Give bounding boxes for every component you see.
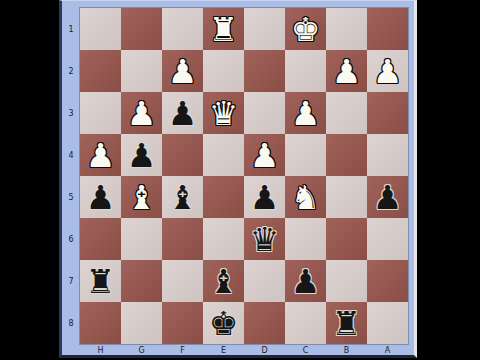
square-d4[interactable]: ♟	[244, 134, 285, 176]
black-pawn[interactable]: ♟	[80, 176, 121, 218]
square-f2[interactable]: ♟	[162, 50, 203, 92]
white-pawn[interactable]: ♟	[244, 134, 285, 176]
white-rook[interactable]: ♜	[203, 8, 244, 50]
square-b4[interactable]	[326, 134, 367, 176]
letterbox-right	[417, 0, 480, 360]
square-b6[interactable]	[326, 218, 367, 260]
rank-label-2: 2	[63, 50, 79, 92]
black-bishop[interactable]: ♝	[203, 260, 244, 302]
square-e5[interactable]	[203, 176, 244, 218]
square-g4[interactable]: ♟	[121, 134, 162, 176]
square-f3[interactable]: ♟	[162, 92, 203, 134]
rank-label-5: 5	[63, 176, 79, 218]
square-d6[interactable]: ♛	[244, 218, 285, 260]
square-f1[interactable]	[162, 8, 203, 50]
letterbox-left	[0, 0, 59, 360]
black-bishop[interactable]: ♝	[162, 176, 203, 218]
square-e7[interactable]: ♝	[203, 260, 244, 302]
white-pawn[interactable]: ♟	[367, 50, 408, 92]
file-label-a: A	[367, 345, 408, 355]
square-g7[interactable]	[121, 260, 162, 302]
square-f7[interactable]	[162, 260, 203, 302]
white-king[interactable]: ♚	[285, 8, 326, 50]
square-h1[interactable]	[80, 8, 121, 50]
square-e1[interactable]: ♜	[203, 8, 244, 50]
square-c3[interactable]: ♟	[285, 92, 326, 134]
file-label-b: B	[326, 345, 367, 355]
rank-label-4: 4	[63, 134, 79, 176]
black-rook[interactable]: ♜	[326, 302, 367, 344]
file-label-f: F	[162, 345, 203, 355]
black-king[interactable]: ♚	[203, 302, 244, 344]
rank-label-1: 1	[63, 8, 79, 50]
square-g3[interactable]: ♟	[121, 92, 162, 134]
black-pawn[interactable]: ♟	[121, 134, 162, 176]
white-pawn[interactable]: ♟	[80, 134, 121, 176]
file-label-d: D	[244, 345, 285, 355]
file-label-e: E	[203, 345, 244, 355]
game-window: 12345678 ♜♚♟♟♟♟♟♛♟♟♟♟♟♝♝♟♞♟♛♜♝♟♚♜ HGFEDC…	[59, 0, 417, 358]
rank-label-7: 7	[63, 260, 79, 302]
square-g6[interactable]	[121, 218, 162, 260]
square-b8[interactable]: ♜	[326, 302, 367, 344]
square-f5[interactable]: ♝	[162, 176, 203, 218]
black-pawn[interactable]: ♟	[162, 92, 203, 134]
rank-label-6: 6	[63, 218, 79, 260]
file-label-g: G	[121, 345, 162, 355]
square-c7[interactable]: ♟	[285, 260, 326, 302]
square-g8[interactable]	[121, 302, 162, 344]
square-c1[interactable]: ♚	[285, 8, 326, 50]
white-pawn[interactable]: ♟	[326, 50, 367, 92]
square-e2[interactable]	[203, 50, 244, 92]
square-d1[interactable]	[244, 8, 285, 50]
square-c5[interactable]: ♞	[285, 176, 326, 218]
square-d8[interactable]	[244, 302, 285, 344]
square-e8[interactable]: ♚	[203, 302, 244, 344]
square-e6[interactable]	[203, 218, 244, 260]
square-g1[interactable]	[121, 8, 162, 50]
square-a7[interactable]	[367, 260, 408, 302]
square-e3[interactable]: ♛	[203, 92, 244, 134]
square-h3[interactable]	[80, 92, 121, 134]
black-pawn[interactable]: ♟	[244, 176, 285, 218]
square-h4[interactable]: ♟	[80, 134, 121, 176]
screenshot-stage: 12345678 ♜♚♟♟♟♟♟♛♟♟♟♟♟♝♝♟♞♟♛♜♝♟♚♜ HGFEDC…	[0, 0, 480, 360]
square-b3[interactable]	[326, 92, 367, 134]
white-knight[interactable]: ♞	[285, 176, 326, 218]
chess-board: ♜♚♟♟♟♟♟♛♟♟♟♟♟♝♝♟♞♟♛♜♝♟♚♜	[80, 8, 408, 344]
square-f8[interactable]	[162, 302, 203, 344]
square-b7[interactable]	[326, 260, 367, 302]
square-c8[interactable]	[285, 302, 326, 344]
file-label-c: C	[285, 345, 326, 355]
square-b1[interactable]	[326, 8, 367, 50]
black-pawn[interactable]: ♟	[367, 176, 408, 218]
square-c2[interactable]	[285, 50, 326, 92]
square-d7[interactable]	[244, 260, 285, 302]
square-b2[interactable]: ♟	[326, 50, 367, 92]
square-a1[interactable]	[367, 8, 408, 50]
square-c4[interactable]	[285, 134, 326, 176]
square-a8[interactable]	[367, 302, 408, 344]
square-h5[interactable]: ♟	[80, 176, 121, 218]
rank-label-3: 3	[63, 92, 79, 134]
rank-label-8: 8	[63, 302, 79, 344]
square-d2[interactable]	[244, 50, 285, 92]
square-a2[interactable]: ♟	[367, 50, 408, 92]
square-c6[interactable]	[285, 218, 326, 260]
black-pawn[interactable]: ♟	[285, 260, 326, 302]
black-queen[interactable]: ♛	[244, 218, 285, 260]
square-e4[interactable]	[203, 134, 244, 176]
white-pawn[interactable]: ♟	[121, 92, 162, 134]
square-d3[interactable]	[244, 92, 285, 134]
square-h8[interactable]	[80, 302, 121, 344]
square-g5[interactable]: ♝	[121, 176, 162, 218]
square-d5[interactable]: ♟	[244, 176, 285, 218]
square-a5[interactable]: ♟	[367, 176, 408, 218]
square-b5[interactable]	[326, 176, 367, 218]
square-h7[interactable]: ♜	[80, 260, 121, 302]
black-rook[interactable]: ♜	[80, 260, 121, 302]
white-bishop[interactable]: ♝	[121, 176, 162, 218]
white-pawn[interactable]: ♟	[162, 50, 203, 92]
square-f6[interactable]	[162, 218, 203, 260]
square-g2[interactable]	[121, 50, 162, 92]
file-labels: HGFEDCBA	[80, 345, 408, 355]
rank-labels: 12345678	[63, 8, 79, 344]
white-queen[interactable]: ♛	[203, 92, 244, 134]
square-a6[interactable]	[367, 218, 408, 260]
square-h6[interactable]	[80, 218, 121, 260]
square-f4[interactable]	[162, 134, 203, 176]
square-a4[interactable]	[367, 134, 408, 176]
white-pawn[interactable]: ♟	[285, 92, 326, 134]
square-a3[interactable]	[367, 92, 408, 134]
file-label-h: H	[80, 345, 121, 355]
square-h2[interactable]	[80, 50, 121, 92]
